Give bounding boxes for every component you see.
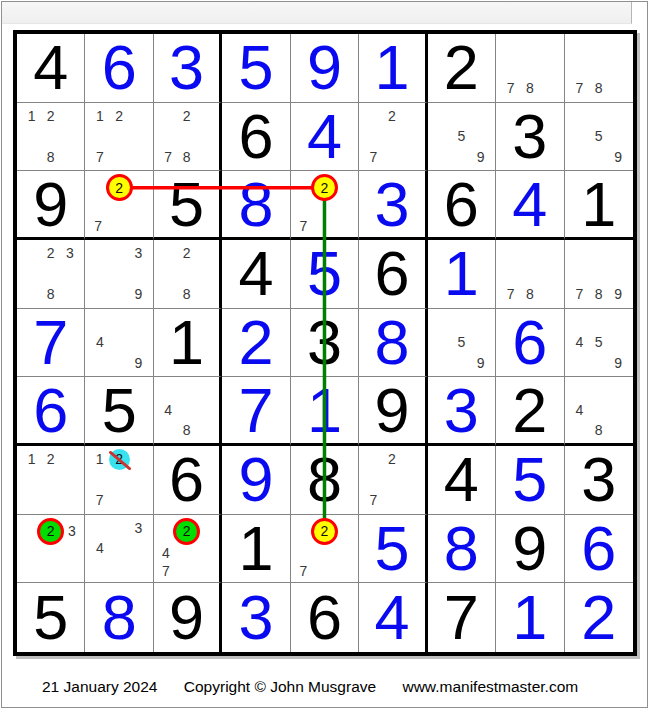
solved-digit: 5 (496, 446, 563, 514)
given-digit: 3 (496, 103, 563, 171)
pencil-mark: 7 (96, 150, 104, 164)
pencil-mark: 2 (388, 109, 396, 123)
pencil-slot (609, 37, 628, 58)
cell-r7c3[interactable]: 6 (154, 446, 222, 515)
cell-r5c3[interactable]: 1 (154, 309, 222, 378)
pencil-slot: 7 (159, 147, 177, 168)
candidate-circle-yellow: 2 (311, 174, 338, 201)
cell-r7c9[interactable]: 3 (565, 446, 633, 515)
cell-r5c6[interactable]: 8 (359, 309, 427, 378)
pencil-slot: 9 (129, 284, 148, 305)
pencil-mark: 2 (47, 109, 55, 123)
pencil-slot (539, 243, 558, 264)
cell-r5c9[interactable]: 459 (565, 309, 633, 378)
pencil-mark: 4 (162, 546, 170, 560)
cell-r1c8[interactable]: 78 (496, 34, 564, 103)
pencil-slot: 8 (177, 284, 195, 305)
cell-r2c2[interactable]: 127 (85, 103, 153, 172)
pencil-slot (90, 518, 109, 539)
pencil-marks: 127 (90, 449, 147, 511)
cell-r9c3[interactable]: 9 (154, 583, 222, 652)
solved-digit: 6 (565, 515, 633, 583)
pencil-slot (338, 518, 353, 545)
pencil-marks: 12 (22, 449, 79, 511)
cell-r7c2[interactable]: 127 (85, 446, 153, 515)
pencil-slot (133, 218, 148, 234)
pencil-slot (296, 174, 311, 201)
pencil-slot (110, 538, 129, 559)
pencil-mark: 7 (94, 219, 102, 233)
solved-digit: 2 (565, 583, 633, 652)
pencil-slot (109, 470, 130, 490)
pencil-slot (110, 147, 129, 168)
given-digit: 4 (222, 240, 289, 308)
pencil-slot (130, 449, 148, 470)
pencil-slot (296, 201, 311, 217)
cell-r4c4[interactable]: 4 (222, 240, 290, 309)
cell-r4c1[interactable]: 238 (17, 240, 85, 309)
cell-r8c2[interactable]: 34 (85, 515, 153, 584)
pencil-slot (173, 545, 200, 562)
given-digit: 5 (17, 583, 84, 652)
cell-r3c2[interactable]: 27 (85, 171, 153, 240)
cell-r5c7[interactable]: 59 (428, 309, 496, 378)
cell-r2c4[interactable]: 6 (222, 103, 290, 172)
pencil-slot (539, 78, 558, 99)
cell-r1c6[interactable]: 1 (359, 34, 427, 103)
pencil-slot: 8 (589, 78, 608, 99)
pencil-slot (130, 490, 148, 510)
pencil-slot: 8 (520, 284, 539, 305)
pencil-marks: 28 (159, 243, 214, 305)
pencil-slot (64, 545, 79, 562)
pencil-marks: 27 (364, 449, 419, 511)
given-digit: 1 (154, 309, 219, 377)
pencil-slot: 7 (159, 562, 173, 579)
pencil-marks: 49 (90, 312, 147, 374)
pencil-slot (501, 37, 520, 58)
pencil-mark: 4 (575, 335, 583, 349)
pencil-slot (589, 147, 608, 168)
solved-digit: 5 (222, 34, 289, 102)
pencil-slot (60, 284, 79, 305)
pencil-mark: 8 (183, 150, 191, 164)
pencil-slot: 2 (311, 518, 338, 545)
pencil-slot: 1 (22, 106, 41, 127)
pencil-slot: 2 (37, 518, 64, 545)
pencil-slot: 3 (129, 518, 148, 539)
sudoku-board: 4635912787812812727864275935992758273641… (13, 30, 637, 656)
pencil-slot (159, 106, 177, 127)
pencil-slot: 8 (41, 284, 60, 305)
cell-r9c8[interactable]: 1 (496, 583, 564, 652)
cell-r9c2[interactable]: 8 (85, 583, 153, 652)
cell-r6c2[interactable]: 5 (85, 377, 153, 446)
cell-r6c3[interactable]: 48 (154, 377, 222, 446)
cell-r4c8[interactable]: 78 (496, 240, 564, 309)
cell-r4c2[interactable]: 39 (85, 240, 153, 309)
pencil-slot: 7 (90, 218, 105, 234)
pencil-slot: 9 (609, 147, 628, 168)
cell-r3c7[interactable]: 6 (428, 171, 496, 240)
pencil-slot: 2 (173, 518, 200, 545)
pencil-slot: 2 (383, 449, 401, 470)
pencil-marks: 27 (296, 174, 353, 234)
pencil-slot (311, 545, 338, 562)
given-digit: 9 (496, 515, 563, 583)
cell-r2c1[interactable]: 128 (17, 103, 85, 172)
cell-r6c6[interactable]: 9 (359, 377, 427, 446)
pencil-slot (433, 126, 452, 147)
pencil-slot (520, 243, 539, 264)
footer-url: www.manifestmaster.com (402, 678, 578, 695)
pencil-marks: 459 (570, 312, 628, 374)
pencil-slot (471, 106, 490, 127)
pencil-slot (609, 106, 628, 127)
pencil-mark: 8 (183, 423, 191, 437)
solved-digit: 5 (291, 240, 358, 308)
pencil-marks: 789 (570, 243, 628, 305)
pencil-slot (177, 380, 195, 400)
solved-digit: 6 (496, 309, 563, 377)
pencil-mark: 7 (96, 493, 104, 507)
pencil-slot (570, 380, 589, 400)
pencil-slot (364, 106, 382, 127)
pencil-slot (159, 243, 177, 264)
pencil-slot (570, 106, 589, 127)
pencil-slot (401, 147, 419, 168)
pencil-slot: 8 (520, 78, 539, 99)
cell-r7c6[interactable]: 27 (359, 446, 427, 515)
cell-r2c6[interactable]: 27 (359, 103, 427, 172)
pencil-slot (60, 147, 79, 168)
pencil-mark: 5 (457, 129, 465, 143)
pencil-slot (90, 312, 109, 333)
pencil-slot (311, 218, 338, 234)
cell-r1c7[interactable]: 2 (428, 34, 496, 103)
cell-r9c4[interactable]: 3 (222, 583, 290, 652)
pencil-slot: 2 (41, 449, 60, 470)
pencil-slot (110, 126, 129, 147)
candidate-circle-yellow: 2 (311, 518, 338, 545)
pencil-slot (433, 312, 452, 333)
pencil-slot: 2 (177, 243, 195, 264)
cell-r6c7[interactable]: 3 (428, 377, 496, 446)
cell-r6c5[interactable]: 1 (291, 377, 359, 446)
pencil-marks: 78 (570, 37, 628, 99)
pencil-marks: 39 (90, 243, 147, 305)
pencil-slot (570, 243, 589, 264)
pencil-slot (129, 538, 148, 559)
pencil-marks: 23 (22, 518, 79, 580)
pencil-mark: 7 (575, 287, 583, 301)
cell-r7c1[interactable]: 12 (17, 446, 85, 515)
given-digit: 2 (496, 377, 563, 443)
pencil-slot (106, 218, 133, 234)
pencil-slot: 1 (22, 449, 41, 470)
pencil-mark: 9 (477, 150, 485, 164)
cell-r4c5[interactable]: 5 (291, 240, 359, 309)
solved-digit: 8 (222, 171, 289, 237)
solved-digit: 3 (154, 34, 219, 102)
pencil-slot (22, 470, 41, 491)
cell-r3c1[interactable]: 9 (17, 171, 85, 240)
cell-r1c3[interactable]: 3 (154, 34, 222, 103)
cell-r2c9[interactable]: 59 (565, 103, 633, 172)
pencil-slot (589, 312, 608, 333)
pencil-slot: 7 (570, 284, 589, 305)
pencil-slot (539, 58, 558, 79)
pencil-mark: 7 (164, 150, 172, 164)
pencil-slot (433, 147, 452, 168)
cell-r5c4[interactable]: 2 (222, 309, 290, 378)
cell-r1c9[interactable]: 78 (565, 34, 633, 103)
pencil-marks: 59 (433, 106, 490, 168)
cell-r3c5[interactable]: 27 (291, 171, 359, 240)
cell-r7c5[interactable]: 8 (291, 446, 359, 515)
pencil-mark: 7 (370, 150, 378, 164)
cell-r8c3[interactable]: 247 (154, 515, 222, 584)
solved-digit: 3 (428, 377, 495, 443)
pencil-slot (90, 470, 108, 490)
pencil-slot (90, 243, 109, 264)
pencil-slot: 2 (41, 243, 60, 264)
pencil-slot (296, 518, 311, 545)
pencil-mark: 9 (614, 287, 622, 301)
cell-r8c7[interactable]: 8 (428, 515, 496, 584)
pencil-mark: 1 (28, 452, 36, 466)
cell-r1c5[interactable]: 9 (291, 34, 359, 103)
pencil-slot (570, 353, 589, 374)
pencil-mark: 9 (477, 356, 485, 370)
cell-r9c7[interactable]: 7 (428, 583, 496, 652)
pencil-mark: 7 (299, 219, 307, 233)
cell-r4c3[interactable]: 28 (154, 240, 222, 309)
pencil-mark: 8 (526, 81, 534, 95)
cell-r4c9[interactable]: 789 (565, 240, 633, 309)
pencil-mark: 3 (66, 246, 74, 260)
pencil-slot (570, 58, 589, 79)
cell-r5c8[interactable]: 6 (496, 309, 564, 378)
given-digit: 6 (222, 103, 289, 171)
pencil-slot (60, 126, 79, 147)
cell-r4c7[interactable]: 1 (428, 240, 496, 309)
pencil-slot (501, 243, 520, 264)
pencil-slot (401, 470, 419, 491)
pencil-slot (159, 380, 177, 400)
pencil-slot (110, 284, 129, 305)
cell-r3c8[interactable]: 4 (496, 171, 564, 240)
pencil-mark: 8 (595, 423, 603, 437)
pencil-slot (401, 126, 419, 147)
cell-r1c1[interactable]: 4 (17, 34, 85, 103)
cell-r8c1[interactable]: 23 (17, 515, 85, 584)
pencil-mark: 1 (28, 109, 36, 123)
pencil-mark: 2 (115, 109, 123, 123)
pencil-slot (129, 106, 148, 127)
pencil-slot (589, 264, 608, 285)
pencil-slot: 4 (570, 332, 589, 353)
cell-r7c4[interactable]: 9 (222, 446, 290, 515)
cell-r5c1[interactable]: 7 (17, 309, 85, 378)
cell-r3c6[interactable]: 3 (359, 171, 427, 240)
pencil-slot (90, 353, 109, 374)
pencil-slot (383, 147, 401, 168)
cell-r8c8[interactable]: 9 (496, 515, 564, 584)
pencil-mark: 5 (595, 335, 603, 349)
pencil-slot (570, 264, 589, 285)
pencil-slot (110, 559, 129, 580)
pencil-marks: 247 (159, 518, 214, 580)
pencil-slot: 9 (609, 353, 628, 374)
pencil-slot (130, 470, 148, 490)
given-digit: 9 (17, 171, 84, 237)
pencil-slot (338, 218, 353, 234)
pencil-marks: 128 (22, 106, 79, 168)
cell-r8c5[interactable]: 27 (291, 515, 359, 584)
pencil-slot (364, 449, 382, 470)
pencil-slot: 5 (452, 332, 471, 353)
cell-r6c9[interactable]: 48 (565, 377, 633, 446)
pencil-slot (520, 264, 539, 285)
cell-r9c9[interactable]: 2 (565, 583, 633, 652)
candidate-circle-yellow: 2 (106, 174, 133, 201)
pencil-slot: 2 (311, 174, 338, 201)
solved-digit: 1 (428, 240, 495, 308)
pencil-slot (110, 332, 129, 353)
cell-r8c9[interactable]: 6 (565, 515, 633, 584)
pencil-mark: 7 (370, 493, 378, 507)
given-digit: 5 (154, 171, 219, 237)
cell-r2c7[interactable]: 59 (428, 103, 496, 172)
solved-digit: 6 (85, 34, 152, 102)
solved-digit: 6 (17, 377, 84, 443)
pencil-slot (129, 559, 148, 580)
pencil-slot (64, 562, 79, 579)
pencil-slot (570, 147, 589, 168)
cell-r1c4[interactable]: 5 (222, 34, 290, 103)
given-digit: 6 (359, 240, 424, 308)
solved-digit: 3 (359, 171, 424, 237)
cell-r8c4[interactable]: 1 (222, 515, 290, 584)
pencil-marks: 238 (22, 243, 79, 305)
pencil-slot (609, 312, 628, 333)
pencil-slot (196, 284, 214, 305)
pencil-slot (22, 147, 41, 168)
pencil-slot: 8 (177, 147, 195, 168)
pencil-slot: 4 (90, 538, 109, 559)
pencil-mark: 8 (183, 287, 191, 301)
pencil-slot (589, 400, 608, 420)
pencil-slot (609, 78, 628, 99)
pencil-mark: 2 (183, 109, 191, 123)
pencil-slot (520, 37, 539, 58)
pencil-slot (609, 264, 628, 285)
cell-r3c3[interactable]: 5 (154, 171, 222, 240)
pencil-slot (433, 353, 452, 374)
pencil-mark: 9 (614, 150, 622, 164)
pencil-slot (433, 106, 452, 127)
pencil-mark: 5 (595, 129, 603, 143)
solved-digit: 9 (291, 34, 358, 102)
cell-r9c1[interactable]: 5 (17, 583, 85, 652)
pencil-slot (364, 470, 382, 491)
solved-digit: 4 (496, 171, 563, 237)
cell-r7c8[interactable]: 5 (496, 446, 564, 515)
cell-r5c5[interactable]: 3 (291, 309, 359, 378)
pencil-slot: 7 (501, 284, 520, 305)
pencil-slot (539, 37, 558, 58)
marked-digit: 2 (47, 524, 55, 538)
pencil-slot (589, 380, 608, 400)
pencil-marks: 27 (90, 174, 147, 234)
pencil-slot (471, 332, 490, 353)
pencil-slot (589, 37, 608, 58)
pencil-slot: 9 (129, 353, 148, 374)
pencil-slot (129, 126, 148, 147)
pencil-slot (129, 264, 148, 285)
pencil-slot (200, 562, 214, 579)
footer: 21 January 2024 Copyright © John Musgrav… (42, 678, 600, 696)
solved-digit: 8 (85, 583, 152, 652)
pencil-slot (22, 545, 37, 562)
pencil-slot (570, 126, 589, 147)
pencil-slot (609, 380, 628, 400)
pencil-slot (501, 264, 520, 285)
cell-r1c2[interactable]: 6 (85, 34, 153, 103)
pencil-slot (196, 126, 214, 147)
cell-r5c2[interactable]: 49 (85, 309, 153, 378)
marked-digit: 2 (321, 524, 329, 538)
cell-r3c4[interactable]: 8 (222, 171, 290, 240)
pencil-slot (110, 264, 129, 285)
cell-r9c5[interactable]: 6 (291, 583, 359, 652)
cell-r3c9[interactable]: 1 (565, 171, 633, 240)
pencil-slot (159, 126, 177, 147)
solved-digit: 1 (359, 34, 424, 102)
cell-r6c4[interactable]: 7 (222, 377, 290, 446)
pencil-slot: 3 (129, 243, 148, 264)
pencil-slot: 2 (109, 449, 130, 470)
cell-r2c3[interactable]: 278 (154, 103, 222, 172)
pencil-marks: 78 (501, 243, 558, 305)
pencil-marks: 34 (90, 518, 147, 580)
window-top-bar (2, 2, 632, 24)
pencil-slot (60, 264, 79, 285)
pencil-mark: 9 (134, 356, 142, 370)
cell-r9c6[interactable]: 4 (359, 583, 427, 652)
cell-r4c6[interactable]: 6 (359, 240, 427, 309)
pencil-slot (60, 106, 79, 127)
cell-r8c6[interactable]: 5 (359, 515, 427, 584)
footer-copyright: Copyright © John Musgrave (184, 678, 376, 695)
pencil-mark: 8 (47, 150, 55, 164)
cell-r6c1[interactable]: 6 (17, 377, 85, 446)
pencil-slot (609, 420, 628, 440)
pencil-slot (106, 201, 133, 217)
given-digit: 4 (17, 34, 84, 102)
pencil-slot (452, 353, 471, 374)
solved-digit: 8 (359, 309, 424, 377)
pencil-slot: 9 (471, 353, 490, 374)
cell-r2c5[interactable]: 4 (291, 103, 359, 172)
cell-r7c7[interactable]: 4 (428, 446, 496, 515)
cell-r2c8[interactable]: 3 (496, 103, 564, 172)
cell-r6c8[interactable]: 2 (496, 377, 564, 446)
pencil-slot (159, 420, 177, 440)
pencil-slot (196, 106, 214, 127)
pencil-slot: 7 (364, 490, 382, 511)
